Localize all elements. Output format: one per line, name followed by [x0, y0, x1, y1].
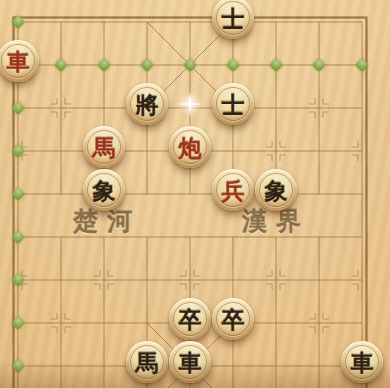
piece-character: 炮 — [179, 136, 202, 159]
piece-character: 馬 — [136, 351, 159, 374]
piece-character: 兵 — [222, 179, 245, 202]
piece-black-chariot[interactable]: 車 — [341, 341, 383, 383]
piece-black-general[interactable]: 將 — [126, 83, 168, 125]
piece-character: 馬 — [93, 136, 116, 159]
piece-black-horse[interactable]: 馬 — [126, 341, 168, 383]
piece-character: 將 — [136, 93, 159, 116]
piece-black-chariot[interactable]: 車 — [169, 341, 211, 383]
piece-character: 士 — [222, 93, 245, 116]
piece-black-elephant[interactable]: 象 — [83, 169, 125, 211]
piece-character: 士 — [222, 7, 245, 30]
piece-character: 卒 — [179, 308, 202, 331]
piece-character: 車 — [7, 50, 30, 73]
piece-character: 車 — [351, 351, 374, 374]
piece-black-soldier[interactable]: 卒 — [212, 298, 254, 340]
xiangqi-board[interactable]: 楚河 漢界 車 馬 炮 兵 士 將 士 象 象 卒 卒 馬 車 車 — [0, 0, 390, 388]
sparkle-highlight — [177, 91, 203, 117]
piece-character: 卒 — [222, 308, 245, 331]
piece-character: 象 — [93, 179, 116, 202]
piece-red-cannon[interactable]: 炮 — [169, 126, 211, 168]
piece-black-soldier[interactable]: 卒 — [169, 298, 211, 340]
piece-black-advisor[interactable]: 士 — [212, 83, 254, 125]
piece-character: 象 — [265, 179, 288, 202]
piece-black-elephant[interactable]: 象 — [255, 169, 297, 211]
piece-red-soldier[interactable]: 兵 — [212, 169, 254, 211]
piece-character: 車 — [179, 351, 202, 374]
piece-red-horse[interactable]: 馬 — [83, 126, 125, 168]
